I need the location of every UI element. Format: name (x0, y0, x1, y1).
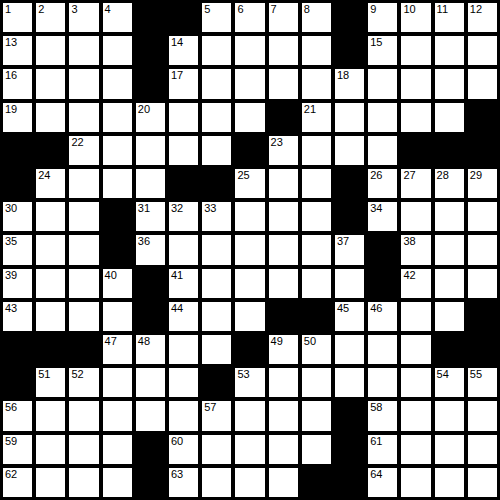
cell-r14c14[interactable] (468, 468, 497, 497)
cell-r3c2[interactable] (69, 103, 98, 132)
cell-r2c10[interactable]: 18 (335, 69, 364, 98)
cell-r4c2[interactable]: 22 (69, 136, 98, 165)
cell-r7c1[interactable] (36, 235, 65, 264)
cell-r8c6[interactable] (202, 269, 231, 298)
cell-r8c0[interactable]: 39 (3, 269, 32, 298)
cell-r2c14[interactable] (468, 69, 497, 98)
cell-r2c0[interactable]: 16 (3, 69, 32, 98)
cell-r4c3[interactable] (103, 136, 132, 165)
clue-number: 56 (5, 401, 17, 413)
clue-number: 8 (304, 3, 310, 15)
cell-r10c11[interactable] (368, 335, 397, 364)
black-cell-r3c14 (468, 103, 497, 132)
black-cell-r10c7 (235, 335, 264, 364)
cell-r3c5[interactable] (169, 103, 198, 132)
clue-number: 12 (470, 3, 482, 15)
cell-r3c6[interactable] (202, 103, 231, 132)
cell-r1c0[interactable]: 13 (3, 36, 32, 65)
black-cell-r11c0 (3, 368, 32, 397)
cell-r0c1[interactable]: 2 (36, 3, 65, 32)
cell-r4c8[interactable]: 23 (269, 136, 298, 165)
clue-number: 29 (470, 169, 482, 181)
cell-r8c1[interactable] (36, 269, 65, 298)
cell-r5c7[interactable]: 25 (235, 169, 264, 198)
clue-number: 61 (370, 435, 382, 447)
cell-r7c9[interactable] (302, 235, 331, 264)
clue-number: 21 (304, 103, 316, 115)
cell-r2c6[interactable] (202, 69, 231, 98)
clue-number: 37 (337, 235, 349, 247)
clue-number: 52 (71, 368, 83, 380)
clue-number: 20 (138, 103, 150, 115)
cell-r4c4[interactable] (136, 136, 165, 165)
clue-number: 42 (403, 269, 415, 281)
clue-number: 3 (71, 3, 77, 15)
clue-number: 27 (403, 169, 415, 181)
cell-r3c10[interactable] (335, 103, 364, 132)
cell-r13c2[interactable] (69, 435, 98, 464)
cell-r13c0[interactable]: 59 (3, 435, 32, 464)
clue-number: 50 (304, 335, 316, 347)
clue-number: 64 (370, 468, 382, 480)
cell-r9c6[interactable] (202, 302, 231, 331)
cell-r1c1[interactable] (36, 36, 65, 65)
clue-number: 35 (5, 235, 17, 247)
cell-r13c13[interactable] (435, 435, 464, 464)
cell-r4c9[interactable] (302, 136, 331, 165)
cell-r3c3[interactable] (103, 103, 132, 132)
cell-r6c0[interactable]: 30 (3, 202, 32, 231)
black-cell-r1c4 (136, 36, 165, 65)
cell-r0c14[interactable]: 12 (468, 3, 497, 32)
black-cell-r7c11 (368, 235, 397, 264)
cell-r11c13[interactable]: 54 (435, 368, 464, 397)
cell-r8c10[interactable] (335, 269, 364, 298)
cell-r10c6[interactable] (202, 335, 231, 364)
cell-r13c3[interactable] (103, 435, 132, 464)
cell-r2c1[interactable] (36, 69, 65, 98)
cell-r5c9[interactable] (302, 169, 331, 198)
cell-r3c11[interactable] (368, 103, 397, 132)
cell-r11c10[interactable] (335, 368, 364, 397)
cell-r8c14[interactable] (468, 269, 497, 298)
clue-number: 17 (171, 69, 183, 81)
cell-r6c11[interactable]: 34 (368, 202, 397, 231)
black-cell-r13c10 (335, 435, 364, 464)
cell-r3c4[interactable]: 20 (136, 103, 165, 132)
clue-number: 7 (271, 3, 277, 15)
cell-r11c5[interactable] (169, 368, 198, 397)
cell-r8c13[interactable] (435, 269, 464, 298)
cell-r6c8[interactable] (269, 202, 298, 231)
cell-r6c13[interactable] (435, 202, 464, 231)
black-cell-r10c0 (3, 335, 32, 364)
cell-r3c13[interactable] (435, 103, 464, 132)
cell-r8c12[interactable]: 42 (401, 269, 430, 298)
clue-number: 47 (105, 335, 117, 347)
cell-r5c12[interactable]: 27 (401, 169, 430, 198)
clue-number: 15 (370, 36, 382, 48)
black-cell-r6c10 (335, 202, 364, 231)
cell-r6c1[interactable] (36, 202, 65, 231)
clue-number: 44 (171, 302, 183, 314)
cell-r10c5[interactable] (169, 335, 198, 364)
cell-r0c6[interactable]: 5 (202, 3, 231, 32)
cell-r13c11[interactable]: 61 (368, 435, 397, 464)
clue-number: 38 (403, 235, 415, 247)
cell-r7c7[interactable] (235, 235, 264, 264)
cell-r2c8[interactable] (269, 69, 298, 98)
black-cell-r7c3 (103, 235, 132, 264)
cell-r0c3[interactable]: 4 (103, 3, 132, 32)
clue-number: 63 (171, 468, 183, 480)
cell-r10c3[interactable]: 47 (103, 335, 132, 364)
cell-r14c11[interactable]: 64 (368, 468, 397, 497)
clue-number: 53 (237, 368, 249, 380)
clue-number: 10 (403, 3, 415, 15)
cell-r6c5[interactable]: 32 (169, 202, 198, 231)
cell-r9c0[interactable]: 43 (3, 302, 32, 331)
black-cell-r9c8 (269, 302, 298, 331)
clue-number: 39 (5, 269, 17, 281)
cell-r2c7[interactable] (235, 69, 264, 98)
clue-number: 2 (38, 3, 44, 15)
cell-r5c3[interactable] (103, 169, 132, 198)
black-cell-r2c4 (136, 69, 165, 98)
cell-r12c3[interactable] (103, 401, 132, 430)
clue-number: 14 (171, 36, 183, 48)
cell-r4c10[interactable] (335, 136, 364, 165)
black-cell-r4c0 (3, 136, 32, 165)
black-cell-r0c4 (136, 3, 165, 32)
cell-r10c12[interactable] (401, 335, 430, 364)
black-cell-r14c9 (302, 468, 331, 497)
clue-number: 55 (470, 368, 482, 380)
cell-r1c11[interactable]: 15 (368, 36, 397, 65)
black-cell-r1c10 (335, 36, 364, 65)
cell-r1c13[interactable] (435, 36, 464, 65)
black-cell-r0c10 (335, 3, 364, 32)
clue-number: 1 (5, 3, 11, 15)
cell-r9c3[interactable] (103, 302, 132, 331)
cell-r4c11[interactable] (368, 136, 397, 165)
cell-r11c3[interactable] (103, 368, 132, 397)
cell-r9c5[interactable]: 44 (169, 302, 198, 331)
cell-r6c2[interactable] (69, 202, 98, 231)
cell-r7c2[interactable] (69, 235, 98, 264)
clue-number: 41 (171, 269, 183, 281)
clue-number: 26 (370, 169, 382, 181)
clue-number: 51 (38, 368, 50, 380)
cell-r7c14[interactable] (468, 235, 497, 264)
cell-r13c6[interactable] (202, 435, 231, 464)
black-cell-r5c0 (3, 169, 32, 198)
clue-number: 32 (171, 202, 183, 214)
cell-r11c2[interactable]: 52 (69, 368, 98, 397)
black-cell-r10c13 (435, 335, 464, 364)
cell-r0c7[interactable]: 6 (235, 3, 264, 32)
clue-number: 60 (171, 435, 183, 447)
cell-r11c1[interactable]: 51 (36, 368, 65, 397)
clue-number: 30 (5, 202, 17, 214)
cell-r11c8[interactable] (269, 368, 298, 397)
cell-r3c7[interactable] (235, 103, 264, 132)
clue-number: 23 (271, 136, 283, 148)
cell-r0c9[interactable]: 8 (302, 3, 331, 32)
clue-number: 48 (138, 335, 150, 347)
cell-r2c13[interactable] (435, 69, 464, 98)
cell-r10c8[interactable]: 49 (269, 335, 298, 364)
black-cell-r10c14 (468, 335, 497, 364)
cell-r14c6[interactable] (202, 468, 231, 497)
cell-r1c9[interactable] (302, 36, 331, 65)
cell-r11c11[interactable] (368, 368, 397, 397)
cell-r2c9[interactable] (302, 69, 331, 98)
cell-r14c8[interactable] (269, 468, 298, 497)
black-cell-r4c7 (235, 136, 264, 165)
cell-r9c7[interactable] (235, 302, 264, 331)
cell-r14c0[interactable]: 62 (3, 468, 32, 497)
cell-r7c4[interactable]: 36 (136, 235, 165, 264)
cell-r11c4[interactable] (136, 368, 165, 397)
clue-number: 59 (5, 435, 17, 447)
cell-r12c5[interactable] (169, 401, 198, 430)
cell-r14c3[interactable] (103, 468, 132, 497)
cell-r7c10[interactable]: 37 (335, 235, 364, 264)
cell-r5c8[interactable] (269, 169, 298, 198)
cell-r11c7[interactable]: 53 (235, 368, 264, 397)
cell-r6c6[interactable]: 33 (202, 202, 231, 231)
cell-r13c5[interactable]: 60 (169, 435, 198, 464)
cell-r6c9[interactable] (302, 202, 331, 231)
cell-r14c13[interactable] (435, 468, 464, 497)
clue-number: 58 (370, 401, 382, 413)
cell-r6c7[interactable] (235, 202, 264, 231)
cell-r12c14[interactable] (468, 401, 497, 430)
cell-r9c12[interactable] (401, 302, 430, 331)
cell-r13c9[interactable] (302, 435, 331, 464)
cell-r6c14[interactable] (468, 202, 497, 231)
cell-r0c13[interactable]: 11 (435, 3, 464, 32)
cell-r12c8[interactable] (269, 401, 298, 430)
clue-number: 45 (337, 302, 349, 314)
black-cell-r6c3 (103, 202, 132, 231)
cell-r10c4[interactable]: 48 (136, 335, 165, 364)
cell-r5c4[interactable] (136, 169, 165, 198)
cell-r8c2[interactable] (69, 269, 98, 298)
cell-r2c3[interactable] (103, 69, 132, 98)
cell-r7c13[interactable] (435, 235, 464, 264)
cell-r8c7[interactable] (235, 269, 264, 298)
cell-r12c13[interactable] (435, 401, 464, 430)
clue-number: 54 (437, 368, 449, 380)
cell-r5c1[interactable]: 24 (36, 169, 65, 198)
cell-r2c2[interactable] (69, 69, 98, 98)
black-cell-r5c10 (335, 169, 364, 198)
cell-r14c12[interactable] (401, 468, 430, 497)
cell-r0c12[interactable]: 10 (401, 3, 430, 32)
clue-number: 22 (71, 136, 83, 148)
cell-r1c3[interactable] (103, 36, 132, 65)
cell-r13c12[interactable] (401, 435, 430, 464)
black-cell-r8c4 (136, 269, 165, 298)
clue-number: 49 (271, 335, 283, 347)
cell-r8c9[interactable] (302, 269, 331, 298)
cell-r12c4[interactable] (136, 401, 165, 430)
black-cell-r0c5 (169, 3, 198, 32)
black-cell-r10c2 (69, 335, 98, 364)
cell-r5c2[interactable] (69, 169, 98, 198)
clue-number: 28 (437, 169, 449, 181)
cell-r4c5[interactable] (169, 136, 198, 165)
clue-number: 40 (105, 269, 117, 281)
black-cell-r9c4 (136, 302, 165, 331)
clue-number: 25 (237, 169, 249, 181)
clue-number: 9 (370, 3, 376, 15)
cell-r11c12[interactable] (401, 368, 430, 397)
black-cell-r8c11 (368, 269, 397, 298)
clue-number: 31 (138, 202, 150, 214)
cell-r12c1[interactable] (36, 401, 65, 430)
cell-r7c5[interactable] (169, 235, 198, 264)
clue-number: 11 (437, 3, 448, 15)
crossword-board: 1234567891011121314151617181920212223242… (0, 0, 500, 500)
clue-number: 62 (5, 468, 17, 480)
black-cell-r3c8 (269, 103, 298, 132)
cell-r11c9[interactable] (302, 368, 331, 397)
cell-r1c7[interactable] (235, 36, 264, 65)
cell-r12c6[interactable]: 57 (202, 401, 231, 430)
cell-r8c3[interactable]: 40 (103, 269, 132, 298)
cell-r12c0[interactable]: 56 (3, 401, 32, 430)
cell-r4c6[interactable] (202, 136, 231, 165)
cell-r13c14[interactable] (468, 435, 497, 464)
cell-r1c2[interactable] (69, 36, 98, 65)
cell-r14c2[interactable] (69, 468, 98, 497)
clue-number: 4 (105, 3, 111, 15)
cell-r12c7[interactable] (235, 401, 264, 430)
cell-r10c9[interactable]: 50 (302, 335, 331, 364)
cell-r1c5[interactable]: 14 (169, 36, 198, 65)
black-cell-r4c13 (435, 136, 464, 165)
black-cell-r9c9 (302, 302, 331, 331)
clue-number: 46 (370, 302, 382, 314)
clue-number: 57 (204, 401, 216, 413)
cell-r5c14[interactable]: 29 (468, 169, 497, 198)
cell-r12c11[interactable]: 58 (368, 401, 397, 430)
cell-r7c6[interactable] (202, 235, 231, 264)
cell-r2c11[interactable] (368, 69, 397, 98)
black-cell-r12c10 (335, 401, 364, 430)
black-cell-r5c6 (202, 169, 231, 198)
cell-r2c12[interactable] (401, 69, 430, 98)
cell-r9c10[interactable]: 45 (335, 302, 364, 331)
cell-r14c7[interactable] (235, 468, 264, 497)
black-cell-r13c4 (136, 435, 165, 464)
cell-r10c10[interactable] (335, 335, 364, 364)
clue-number: 34 (370, 202, 382, 214)
clue-number: 19 (5, 103, 17, 115)
clue-number: 36 (138, 235, 150, 247)
cell-r2c5[interactable]: 17 (169, 69, 198, 98)
black-cell-r4c12 (401, 136, 430, 165)
cell-r13c8[interactable] (269, 435, 298, 464)
cell-r7c8[interactable] (269, 235, 298, 264)
cell-r7c0[interactable]: 35 (3, 235, 32, 264)
cell-r1c14[interactable] (468, 36, 497, 65)
cell-r11c14[interactable]: 55 (468, 368, 497, 397)
cell-r9c1[interactable] (36, 302, 65, 331)
black-cell-r14c4 (136, 468, 165, 497)
cell-r3c0[interactable]: 19 (3, 103, 32, 132)
cell-r1c6[interactable] (202, 36, 231, 65)
cell-r13c1[interactable] (36, 435, 65, 464)
cell-r3c1[interactable] (36, 103, 65, 132)
clue-number: 6 (237, 3, 243, 15)
cell-r3c9[interactable]: 21 (302, 103, 331, 132)
black-cell-r4c1 (36, 136, 65, 165)
cell-r12c2[interactable] (69, 401, 98, 430)
clue-number: 5 (204, 3, 210, 15)
clue-number: 16 (5, 69, 17, 81)
clue-number: 43 (5, 302, 17, 314)
cell-r0c0[interactable]: 1 (3, 3, 32, 32)
cell-r1c8[interactable] (269, 36, 298, 65)
clue-number: 13 (5, 36, 17, 48)
black-cell-r11c6 (202, 368, 231, 397)
cell-r9c2[interactable] (69, 302, 98, 331)
cell-r12c9[interactable] (302, 401, 331, 430)
black-cell-r9c14 (468, 302, 497, 331)
clue-number: 33 (204, 202, 216, 214)
cell-r0c2[interactable]: 3 (69, 3, 98, 32)
cell-r0c11[interactable]: 9 (368, 3, 397, 32)
clue-number: 18 (337, 69, 349, 81)
black-cell-r10c1 (36, 335, 65, 364)
black-cell-r4c14 (468, 136, 497, 165)
cell-r14c1[interactable] (36, 468, 65, 497)
cell-r9c13[interactable] (435, 302, 464, 331)
cell-r8c5[interactable]: 41 (169, 269, 198, 298)
cell-r5c13[interactable]: 28 (435, 169, 464, 198)
cell-r7c12[interactable]: 38 (401, 235, 430, 264)
black-cell-r5c5 (169, 169, 198, 198)
cell-r3c12[interactable] (401, 103, 430, 132)
cell-r14c5[interactable]: 63 (169, 468, 198, 497)
cell-r6c4[interactable]: 31 (136, 202, 165, 231)
cell-r13c7[interactable] (235, 435, 264, 464)
black-cell-r14c10 (335, 468, 364, 497)
cell-r9c11[interactable]: 46 (368, 302, 397, 331)
cell-r5c11[interactable]: 26 (368, 169, 397, 198)
cell-r0c8[interactable]: 7 (269, 3, 298, 32)
clue-number: 24 (38, 169, 50, 181)
cell-r8c8[interactable] (269, 269, 298, 298)
cell-r6c12[interactable] (401, 202, 430, 231)
cell-r1c12[interactable] (401, 36, 430, 65)
cell-r12c12[interactable] (401, 401, 430, 430)
